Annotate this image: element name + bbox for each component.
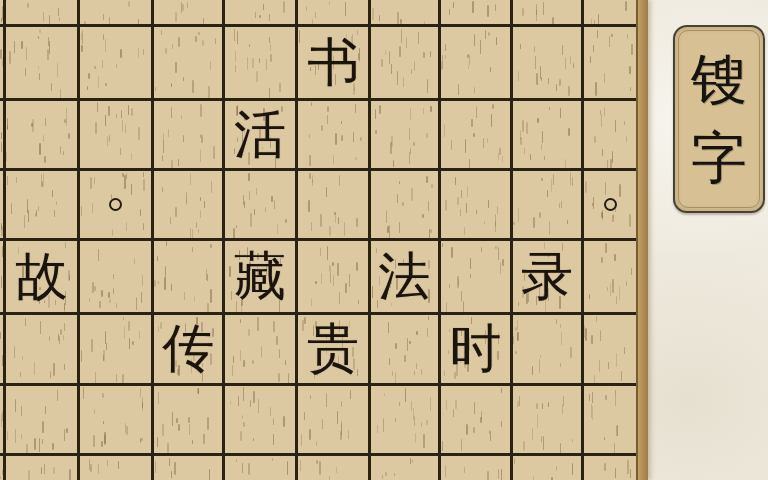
- title-char-2: 字: [691, 130, 747, 186]
- board-piece-传[interactable]: 传: [162, 323, 214, 375]
- board-cell-r7c4: [225, 456, 295, 480]
- board-cell-r6c2: [80, 386, 151, 453]
- board-cell-r5c7: 时: [441, 315, 510, 383]
- board-piece-书[interactable]: 书: [307, 37, 359, 89]
- board-cell-r6c1: [6, 386, 77, 453]
- board-piece-法[interactable]: 法: [379, 251, 431, 303]
- board-piece-藏[interactable]: 藏: [234, 251, 286, 303]
- board-cell-r7c6: [371, 456, 438, 480]
- board-cell-r2c9: [584, 101, 636, 168]
- board-cell-r3c0: [0, 171, 3, 238]
- board-cell-r7c3: [154, 456, 222, 480]
- board-cell-r0c8: [513, 0, 581, 24]
- board-cell-r3c1: [6, 171, 77, 238]
- puzzle-board: 书活故藏法录传贵时: [0, 0, 636, 480]
- board-cell-r0c4: [225, 0, 295, 24]
- board-cell-r3c9: [584, 171, 636, 238]
- board-cell-r5c4: [225, 315, 295, 383]
- board-cell-r0c6: [371, 0, 438, 24]
- board-cell-r3c7: [441, 171, 510, 238]
- board-cell-r6c8: [513, 386, 581, 453]
- board-piece-录[interactable]: 录: [521, 251, 573, 303]
- board-cell-r4c4: 藏: [225, 241, 295, 312]
- board-cell-r6c6: [371, 386, 438, 453]
- board-cell-r5c1: [6, 315, 77, 383]
- board-cell-r4c0: [0, 241, 3, 312]
- board-cell-r5c8: [513, 315, 581, 383]
- board-cell-r2c8: [513, 101, 581, 168]
- board-cell-r0c1: [6, 0, 77, 24]
- board-cell-r0c9: [584, 0, 636, 24]
- game-screen: 书活故藏法录传贵时 锼 字: [0, 0, 768, 480]
- board-piece-故[interactable]: 故: [16, 251, 68, 303]
- board-cell-r5c0: [0, 315, 3, 383]
- board-cell-r4c5: [298, 241, 368, 312]
- board-cell-r6c3: [154, 386, 222, 453]
- board-cell-r5c5: 贵: [298, 315, 368, 383]
- board-cell-r5c3: 传: [154, 315, 222, 383]
- board-cell-r2c4: 活: [225, 101, 295, 168]
- board-cell-r4c8: 录: [513, 241, 581, 312]
- board-cell-r6c0: [0, 386, 3, 453]
- board-cell-r3c3: [154, 171, 222, 238]
- board-cell-r0c0: [0, 0, 3, 24]
- board-cell-r3c2: [80, 171, 151, 238]
- board-cell-r1c9: [584, 27, 636, 98]
- game-title-card: 锼 字: [673, 25, 765, 213]
- title-card-inner: 锼 字: [678, 30, 760, 208]
- board-cell-r2c3: [154, 101, 222, 168]
- board-cell-r0c7: [441, 0, 510, 24]
- board-cell-r5c9: [584, 315, 636, 383]
- board-cell-r7c1: [6, 456, 77, 480]
- board-cell-r1c0: [0, 27, 3, 98]
- board-cell-r0c3: [154, 0, 222, 24]
- board-cell-r7c5: [298, 456, 368, 480]
- board-cell-r6c7: [441, 386, 510, 453]
- board-cell-r2c5: [298, 101, 368, 168]
- board-cell-r1c2: [80, 27, 151, 98]
- board-cell-r4c1: 故: [6, 241, 77, 312]
- board-cell-r2c0: [0, 101, 3, 168]
- board-cell-r4c6: 法: [371, 241, 438, 312]
- board-cell-r7c2: [80, 456, 151, 480]
- board-cell-r3c8: [513, 171, 581, 238]
- board-cell-r7c9: [584, 456, 636, 480]
- board-cell-r1c8: [513, 27, 581, 98]
- board-cell-r0c2: [80, 0, 151, 24]
- board-cell-r6c5: [298, 386, 368, 453]
- board-cell-r3c5: [298, 171, 368, 238]
- board-cell-r5c6: [371, 315, 438, 383]
- board-cell-r7c7: [441, 456, 510, 480]
- board-cell-r4c3: [154, 241, 222, 312]
- board-piece-活[interactable]: 活: [234, 109, 286, 161]
- board-cell-r7c0: [0, 456, 3, 480]
- board-cell-r4c9: [584, 241, 636, 312]
- board-cell-r1c4: [225, 27, 295, 98]
- board-cell-r1c7: [441, 27, 510, 98]
- title-char-1: 锼: [691, 52, 747, 108]
- board-right-edge: [636, 0, 648, 480]
- board-cell-r2c1: [6, 101, 77, 168]
- board-cell-r6c4: [225, 386, 295, 453]
- board-cell-r2c7: [441, 101, 510, 168]
- board-cell-r4c7: [441, 241, 510, 312]
- board-piece-时[interactable]: 时: [450, 323, 502, 375]
- board-piece-贵[interactable]: 贵: [307, 323, 359, 375]
- board-cell-r1c1: [6, 27, 77, 98]
- circle-marker[interactable]: [109, 198, 122, 211]
- board-cell-r5c2: [80, 315, 151, 383]
- board-cell-r4c2: [80, 241, 151, 312]
- board-cell-r1c5: 书: [298, 27, 368, 98]
- board-cell-r3c6: [371, 171, 438, 238]
- board-cell-r6c9: [584, 386, 636, 453]
- board-cell-r3c4: [225, 171, 295, 238]
- board-cell-r0c5: [298, 0, 368, 24]
- board-cell-r7c8: [513, 456, 581, 480]
- board-cell-r1c3: [154, 27, 222, 98]
- board-cell-r2c6: [371, 101, 438, 168]
- circle-marker[interactable]: [604, 198, 617, 211]
- board-cell-r1c6: [371, 27, 438, 98]
- board-cell-r2c2: [80, 101, 151, 168]
